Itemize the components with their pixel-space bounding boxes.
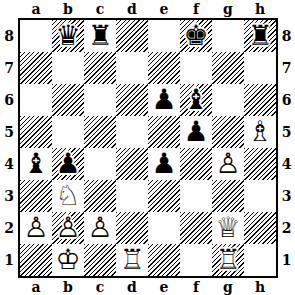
square-b8[interactable]: ♛♛ (52, 20, 84, 52)
piece-black-king[interactable]: ♚♚ (180, 20, 212, 52)
square-f6[interactable]: ♝♝ (180, 84, 212, 116)
square-e1[interactable] (148, 244, 180, 276)
piece-black-bishop[interactable]: ♝♝ (20, 148, 52, 180)
file-labels-top: abcdefgh (20, 0, 276, 18)
piece-white-rook[interactable]: ♜♖ (212, 244, 244, 276)
piece-glyph: ♙ (84, 212, 116, 244)
rank-label-5-left: 5 (0, 116, 18, 148)
piece-black-bishop[interactable]: ♝♝ (180, 84, 212, 116)
file-label-e-bottom: e (148, 278, 180, 295)
square-d3[interactable] (116, 180, 148, 212)
piece-glyph: ♟ (52, 148, 84, 180)
piece-white-pawn[interactable]: ♟♙ (20, 212, 52, 244)
file-label-b-top: b (52, 0, 84, 18)
rank-label-5-right: 5 (278, 116, 295, 148)
square-g7[interactable] (212, 52, 244, 84)
file-label-a-top: a (20, 0, 52, 18)
rank-label-3-left: 3 (0, 180, 18, 212)
file-label-b-bottom: b (52, 278, 84, 295)
square-e7[interactable] (148, 52, 180, 84)
square-d2[interactable] (116, 212, 148, 244)
piece-glyph: ♙ (212, 148, 244, 180)
square-a5[interactable] (20, 116, 52, 148)
square-f3[interactable] (180, 180, 212, 212)
piece-black-pawn[interactable]: ♟♟ (180, 116, 212, 148)
file-label-h-bottom: h (244, 278, 276, 295)
square-h5[interactable]: ♝♗ (244, 116, 276, 148)
square-b3[interactable]: ♞♘ (52, 180, 84, 212)
piece-glyph: ♜ (84, 20, 116, 52)
piece-white-bishop[interactable]: ♝♗ (244, 116, 276, 148)
square-g5[interactable] (212, 116, 244, 148)
square-a1[interactable] (20, 244, 52, 276)
rank-label-8-left: 8 (0, 20, 18, 52)
piece-black-rook[interactable]: ♜♜ (84, 20, 116, 52)
piece-glyph: ♖ (212, 244, 244, 276)
piece-glyph: ♖ (116, 244, 148, 276)
rank-label-7-right: 7 (278, 52, 295, 84)
file-labels-bottom: abcdefgh (20, 278, 276, 295)
piece-black-rook[interactable]: ♜♜ (244, 20, 276, 52)
square-e2[interactable] (148, 212, 180, 244)
rank-label-1-left: 1 (0, 244, 18, 276)
piece-glyph: ♟ (180, 116, 212, 148)
square-a7[interactable] (20, 52, 52, 84)
file-label-f-bottom: f (180, 278, 212, 295)
file-label-g-bottom: g (212, 278, 244, 295)
square-a3[interactable] (20, 180, 52, 212)
rank-label-8-right: 8 (278, 20, 295, 52)
piece-white-pawn[interactable]: ♟♙ (84, 212, 116, 244)
piece-glyph: ♝ (20, 148, 52, 180)
square-b6[interactable] (52, 84, 84, 116)
square-b7[interactable] (52, 52, 84, 84)
square-g1[interactable]: ♜♖ (212, 244, 244, 276)
square-g8[interactable] (212, 20, 244, 52)
square-e3[interactable] (148, 180, 180, 212)
piece-glyph: ♙ (20, 212, 52, 244)
piece-glyph: ♟ (148, 84, 180, 116)
file-label-c-bottom: c (84, 278, 116, 295)
file-label-g-top: g (212, 0, 244, 18)
square-h1[interactable] (244, 244, 276, 276)
square-e6[interactable]: ♟♟ (148, 84, 180, 116)
square-f2[interactable] (180, 212, 212, 244)
square-f8[interactable]: ♚♚ (180, 20, 212, 52)
file-label-d-top: d (116, 0, 148, 18)
square-c7[interactable] (84, 52, 116, 84)
file-label-c-top: c (84, 0, 116, 18)
rank-label-6-left: 6 (0, 84, 18, 116)
piece-glyph: ♛ (52, 20, 84, 52)
rank-label-6-right: 6 (278, 84, 295, 116)
square-c6[interactable] (84, 84, 116, 116)
chess-board: ♛♛♜♜♚♚♜♜♟♟♝♝♟♟♝♗♝♝♟♟♟♟♟♙♞♘♟♙♟♙♟♙♛♕♚♔♜♖♜♖ (18, 18, 278, 278)
piece-white-pawn[interactable]: ♟♙ (52, 212, 84, 244)
square-b1[interactable]: ♚♔ (52, 244, 84, 276)
square-d8[interactable] (116, 20, 148, 52)
square-c3[interactable] (84, 180, 116, 212)
piece-white-queen[interactable]: ♛♕ (212, 212, 244, 244)
square-b5[interactable] (52, 116, 84, 148)
rank-label-2-left: 2 (0, 212, 18, 244)
square-h4[interactable] (244, 148, 276, 180)
square-g6[interactable] (212, 84, 244, 116)
square-d1[interactable]: ♜♖ (116, 244, 148, 276)
rank-label-1-right: 1 (278, 244, 295, 276)
square-c4[interactable] (84, 148, 116, 180)
square-h8[interactable]: ♜♜ (244, 20, 276, 52)
file-label-a-bottom: a (20, 278, 52, 295)
rank-label-2-right: 2 (278, 212, 295, 244)
square-d7[interactable] (116, 52, 148, 84)
piece-black-queen[interactable]: ♛♛ (52, 20, 84, 52)
piece-glyph: ♟ (148, 148, 180, 180)
square-h2[interactable] (244, 212, 276, 244)
square-e8[interactable] (148, 20, 180, 52)
piece-glyph: ♕ (212, 212, 244, 244)
square-c5[interactable] (84, 116, 116, 148)
square-f4[interactable] (180, 148, 212, 180)
square-f1[interactable] (180, 244, 212, 276)
square-f5[interactable]: ♟♟ (180, 116, 212, 148)
square-f7[interactable] (180, 52, 212, 84)
square-a6[interactable] (20, 84, 52, 116)
square-d4[interactable] (116, 148, 148, 180)
piece-glyph: ♝ (180, 84, 212, 116)
square-h6[interactable] (244, 84, 276, 116)
piece-glyph: ♚ (180, 20, 212, 52)
square-a4[interactable]: ♝♝ (20, 148, 52, 180)
piece-glyph: ♜ (244, 20, 276, 52)
rank-label-7-left: 7 (0, 52, 18, 84)
square-a8[interactable] (20, 20, 52, 52)
square-d6[interactable] (116, 84, 148, 116)
square-b4[interactable]: ♟♟ (52, 148, 84, 180)
chess-diagram: abcdefgh abcdefgh 87654321 87654321 ♛♛♜♜… (0, 0, 295, 295)
square-g2[interactable]: ♛♕ (212, 212, 244, 244)
square-d5[interactable] (116, 116, 148, 148)
square-e5[interactable] (148, 116, 180, 148)
piece-white-king[interactable]: ♚♔ (52, 244, 84, 276)
piece-black-pawn[interactable]: ♟♟ (148, 84, 180, 116)
rank-labels-left: 87654321 (0, 20, 18, 276)
piece-black-pawn[interactable]: ♟♟ (148, 148, 180, 180)
rank-labels-right: 87654321 (278, 20, 295, 276)
piece-glyph: ♗ (244, 116, 276, 148)
file-label-h-top: h (244, 0, 276, 18)
rank-label-4-left: 4 (0, 148, 18, 180)
piece-black-pawn[interactable]: ♟♟ (52, 148, 84, 180)
rank-label-3-right: 3 (278, 180, 295, 212)
square-e4[interactable]: ♟♟ (148, 148, 180, 180)
square-g3[interactable] (212, 180, 244, 212)
square-a2[interactable]: ♟♙ (20, 212, 52, 244)
square-h7[interactable] (244, 52, 276, 84)
file-label-d-bottom: d (116, 278, 148, 295)
piece-glyph: ♙ (52, 212, 84, 244)
square-c8[interactable]: ♜♜ (84, 20, 116, 52)
piece-white-pawn[interactable]: ♟♙ (212, 148, 244, 180)
piece-glyph: ♔ (52, 244, 84, 276)
piece-white-rook[interactable]: ♜♖ (116, 244, 148, 276)
rank-label-4-right: 4 (278, 148, 295, 180)
piece-white-knight[interactable]: ♞♘ (52, 180, 84, 212)
square-c2[interactable]: ♟♙ (84, 212, 116, 244)
square-b2[interactable]: ♟♙ (52, 212, 84, 244)
square-c1[interactable] (84, 244, 116, 276)
square-g4[interactable]: ♟♙ (212, 148, 244, 180)
piece-glyph: ♘ (52, 180, 84, 212)
file-label-e-top: e (148, 0, 180, 18)
file-label-f-top: f (180, 0, 212, 18)
square-h3[interactable] (244, 180, 276, 212)
